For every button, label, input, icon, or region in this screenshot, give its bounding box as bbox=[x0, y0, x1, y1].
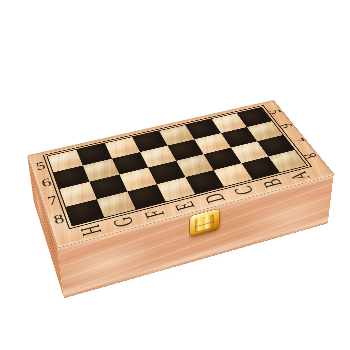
rank-label-left-6: 6 bbox=[35, 172, 58, 193]
square-f8 bbox=[127, 184, 166, 209]
rank-label-left-7: 7 bbox=[41, 189, 64, 211]
product-photo-canvas: 5678 5678 HGFEDCBA bbox=[0, 0, 350, 350]
square-e8 bbox=[157, 177, 196, 202]
square-h6 bbox=[53, 165, 89, 189]
folded-chess-box: 5678 5678 HGFEDCBA bbox=[27, 100, 333, 247]
square-g7 bbox=[90, 175, 127, 199]
square-c8 bbox=[214, 163, 253, 187]
square-h7 bbox=[59, 182, 96, 207]
clasp-latch bbox=[189, 208, 220, 238]
square-h8 bbox=[66, 199, 105, 225]
rank-label-left-8: 8 bbox=[47, 207, 71, 231]
square-g8 bbox=[97, 191, 136, 217]
square-d8 bbox=[185, 170, 224, 194]
square-f7 bbox=[119, 168, 156, 192]
scene-3d: 5678 5678 HGFEDCBA bbox=[0, 0, 350, 350]
